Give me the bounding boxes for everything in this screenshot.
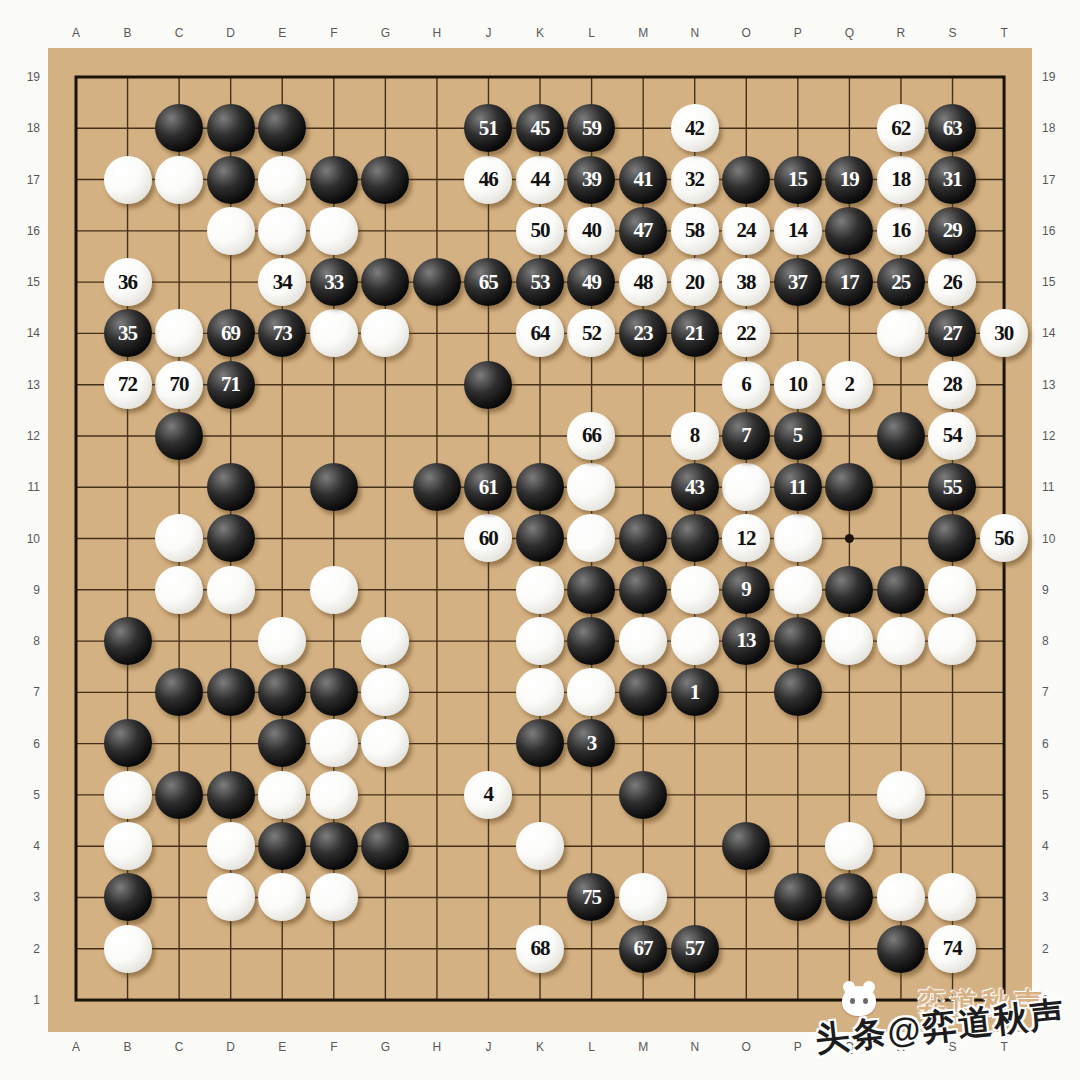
stone-white-E16: [258, 207, 306, 255]
move-number: 39: [582, 169, 601, 190]
col-label-bottom-H: H: [425, 1040, 449, 1054]
move-number: 20: [685, 272, 704, 293]
move-62-stone-white-R18: 62: [877, 104, 925, 152]
col-label-bottom-S: S: [941, 1040, 965, 1054]
stone-black-L9: [567, 566, 615, 614]
stone-black-R2: [877, 925, 925, 973]
stone-black-C18: [155, 104, 203, 152]
row-label-right-2: 2: [1042, 942, 1070, 956]
stone-black-P3: [774, 873, 822, 921]
row-label-left-3: 3: [12, 890, 40, 904]
stone-black-C7: [155, 668, 203, 716]
move-68-stone-white-K2: 68: [516, 925, 564, 973]
col-label-top-E: E: [270, 26, 294, 40]
stone-white-G6: [361, 719, 409, 767]
move-number: 15: [788, 169, 807, 190]
move-6-stone-white-O13: 6: [722, 361, 770, 409]
move-66-stone-white-L12: 66: [567, 412, 615, 460]
move-46-stone-white-J17: 46: [464, 156, 512, 204]
move-number: 34: [273, 272, 292, 293]
col-label-top-Q: Q: [837, 26, 861, 40]
move-number: 45: [530, 118, 549, 139]
stone-white-B17: [104, 156, 152, 204]
stone-white-S9: [928, 566, 976, 614]
col-label-bottom-T: T: [992, 1040, 1016, 1054]
row-label-left-11: 11: [12, 480, 40, 494]
stone-white-K7: [516, 668, 564, 716]
move-56-stone-white-T10: 56: [980, 514, 1028, 562]
move-61-stone-black-J11: 61: [464, 463, 512, 511]
stone-white-G14: [361, 309, 409, 357]
stone-white-M3: [619, 873, 667, 921]
move-number: 16: [891, 220, 910, 241]
stone-white-F5: [310, 771, 358, 819]
row-label-right-5: 5: [1042, 788, 1070, 802]
stone-white-S3: [928, 873, 976, 921]
stone-black-D11: [207, 463, 255, 511]
stone-white-B2: [104, 925, 152, 973]
col-label-bottom-F: F: [322, 1040, 346, 1054]
move-number: 35: [118, 323, 137, 344]
move-13-stone-black-O8: 13: [722, 617, 770, 665]
stone-black-N10: [671, 514, 719, 562]
move-53-stone-black-K15: 53: [516, 258, 564, 306]
move-31-stone-black-S17: 31: [928, 156, 976, 204]
move-75-stone-black-L3: 75: [567, 873, 615, 921]
stone-white-G7: [361, 668, 409, 716]
stone-white-L11: [567, 463, 615, 511]
row-label-left-19: 19: [12, 70, 40, 84]
col-label-bottom-E: E: [270, 1040, 294, 1054]
row-label-right-19: 19: [1042, 70, 1070, 84]
move-47-stone-black-M16: 47: [619, 207, 667, 255]
stone-black-P7: [774, 668, 822, 716]
stone-black-D10: [207, 514, 255, 562]
stone-grid: 1234567891011121314151617181920212223242…: [50, 51, 1029, 1025]
move-16-stone-white-R16: 16: [877, 207, 925, 255]
col-label-bottom-Q: Q: [837, 1040, 861, 1054]
move-number: 57: [685, 938, 704, 959]
move-21-stone-black-N14: 21: [671, 309, 719, 357]
move-number: 68: [530, 938, 549, 959]
move-number: 2: [844, 374, 854, 395]
move-number: 63: [943, 118, 962, 139]
move-4-stone-white-J5: 4: [464, 771, 512, 819]
move-number: 60: [479, 528, 498, 549]
col-label-bottom-N: N: [683, 1040, 707, 1054]
stone-white-M8: [619, 617, 667, 665]
move-49-stone-black-L15: 49: [567, 258, 615, 306]
col-label-bottom-B: B: [116, 1040, 140, 1054]
move-number: 47: [633, 220, 652, 241]
stone-black-K6: [516, 719, 564, 767]
stone-white-F3: [310, 873, 358, 921]
stone-white-G8: [361, 617, 409, 665]
stone-black-L8: [567, 617, 615, 665]
stone-black-Q9: [825, 566, 873, 614]
stone-black-R9: [877, 566, 925, 614]
row-label-left-10: 10: [12, 532, 40, 546]
row-label-left-15: 15: [12, 275, 40, 289]
move-69-stone-black-D14: 69: [207, 309, 255, 357]
move-17-stone-black-Q15: 17: [825, 258, 873, 306]
col-label-top-T: T: [992, 26, 1016, 40]
move-9-stone-black-O9: 9: [722, 566, 770, 614]
col-label-top-K: K: [528, 26, 552, 40]
move-number: 75: [582, 887, 601, 908]
move-51-stone-black-J18: 51: [464, 104, 512, 152]
stone-white-F16: [310, 207, 358, 255]
row-label-left-17: 17: [12, 173, 40, 187]
stone-black-S10: [928, 514, 976, 562]
stone-white-C17: [155, 156, 203, 204]
move-number: 9: [741, 579, 751, 600]
stone-black-M5: [619, 771, 667, 819]
move-number: 32: [685, 169, 704, 190]
stone-white-C14: [155, 309, 203, 357]
row-label-left-2: 2: [12, 942, 40, 956]
move-number: 25: [891, 272, 910, 293]
move-number: 62: [891, 118, 910, 139]
col-label-bottom-G: G: [373, 1040, 397, 1054]
stone-black-G15: [361, 258, 409, 306]
stone-white-N9: [671, 566, 719, 614]
stone-white-D9: [207, 566, 255, 614]
move-number: 42: [685, 118, 704, 139]
stone-black-C12: [155, 412, 203, 460]
stone-white-E17: [258, 156, 306, 204]
row-label-right-1: 1: [1042, 993, 1070, 1007]
stone-black-R12: [877, 412, 925, 460]
stone-black-D7: [207, 668, 255, 716]
col-label-top-L: L: [580, 26, 604, 40]
move-number: 64: [530, 323, 549, 344]
stone-black-O17: [722, 156, 770, 204]
stone-black-D18: [207, 104, 255, 152]
move-number: 58: [685, 220, 704, 241]
move-number: 13: [737, 630, 756, 651]
col-label-top-D: D: [219, 26, 243, 40]
col-label-bottom-D: D: [219, 1040, 243, 1054]
move-25-stone-black-R15: 25: [877, 258, 925, 306]
stone-white-Q8: [825, 617, 873, 665]
col-label-top-J: J: [476, 26, 500, 40]
stone-white-K9: [516, 566, 564, 614]
move-number: 66: [582, 425, 601, 446]
stone-black-F7: [310, 668, 358, 716]
stone-black-G17: [361, 156, 409, 204]
stone-black-F17: [310, 156, 358, 204]
row-label-right-15: 15: [1042, 275, 1070, 289]
move-70-stone-white-C13: 70: [155, 361, 203, 409]
move-number: 59: [582, 118, 601, 139]
col-label-top-B: B: [116, 26, 140, 40]
stone-white-F6: [310, 719, 358, 767]
stone-black-B6: [104, 719, 152, 767]
move-67-stone-black-M2: 67: [619, 925, 667, 973]
stone-black-B3: [104, 873, 152, 921]
row-label-right-12: 12: [1042, 429, 1070, 443]
move-number: 67: [633, 938, 652, 959]
stone-white-K4: [516, 822, 564, 870]
stone-black-O4: [722, 822, 770, 870]
move-number: 27: [943, 323, 962, 344]
col-label-bottom-J: J: [476, 1040, 500, 1054]
stone-black-Q3: [825, 873, 873, 921]
col-label-bottom-M: M: [631, 1040, 655, 1054]
col-label-top-O: O: [734, 26, 758, 40]
row-label-left-14: 14: [12, 326, 40, 340]
row-label-left-1: 1: [12, 993, 40, 1007]
stone-white-C10: [155, 514, 203, 562]
stone-white-F14: [310, 309, 358, 357]
move-number: 6: [741, 374, 751, 395]
stone-black-E6: [258, 719, 306, 767]
move-41-stone-black-M17: 41: [619, 156, 667, 204]
move-number: 12: [737, 528, 756, 549]
move-72-stone-white-B13: 72: [104, 361, 152, 409]
move-number: 55: [943, 477, 962, 498]
stone-white-R14: [877, 309, 925, 357]
col-label-bottom-K: K: [528, 1040, 552, 1054]
row-label-left-8: 8: [12, 634, 40, 648]
move-26-stone-white-S15: 26: [928, 258, 976, 306]
move-45-stone-black-K18: 45: [516, 104, 564, 152]
row-label-left-4: 4: [12, 839, 40, 853]
stone-white-E3: [258, 873, 306, 921]
move-number: 19: [840, 169, 859, 190]
move-10-stone-white-P13: 10: [774, 361, 822, 409]
stone-black-Q11: [825, 463, 873, 511]
move-number: 4: [484, 784, 494, 805]
move-number: 41: [633, 169, 652, 190]
move-number: 36: [118, 272, 137, 293]
move-40-stone-white-L16: 40: [567, 207, 615, 255]
move-number: 51: [479, 118, 498, 139]
row-label-left-6: 6: [12, 737, 40, 751]
move-63-stone-black-S18: 63: [928, 104, 976, 152]
col-label-bottom-A: A: [64, 1040, 88, 1054]
move-39-stone-black-L17: 39: [567, 156, 615, 204]
move-number: 22: [737, 323, 756, 344]
move-number: 24: [737, 220, 756, 241]
move-29-stone-black-S16: 29: [928, 207, 976, 255]
move-58-stone-white-N16: 58: [671, 207, 719, 255]
move-54-stone-white-S12: 54: [928, 412, 976, 460]
move-number: 50: [530, 220, 549, 241]
move-60-stone-white-J10: 60: [464, 514, 512, 562]
row-label-right-13: 13: [1042, 378, 1070, 392]
move-73-stone-black-E14: 73: [258, 309, 306, 357]
move-38-stone-white-O15: 38: [722, 258, 770, 306]
row-label-right-10: 10: [1042, 532, 1070, 546]
move-number: 37: [788, 272, 807, 293]
move-27-stone-black-S14: 27: [928, 309, 976, 357]
row-label-left-7: 7: [12, 685, 40, 699]
row-label-right-8: 8: [1042, 634, 1070, 648]
move-3-stone-black-L6: 3: [567, 719, 615, 767]
col-label-bottom-R: R: [889, 1040, 913, 1054]
move-number: 71: [221, 374, 240, 395]
move-22-stone-white-O14: 22: [722, 309, 770, 357]
move-24-stone-white-O16: 24: [722, 207, 770, 255]
move-57-stone-black-N2: 57: [671, 925, 719, 973]
move-number: 74: [943, 938, 962, 959]
move-number: 46: [479, 169, 498, 190]
move-48-stone-white-M15: 48: [619, 258, 667, 306]
col-label-top-M: M: [631, 26, 655, 40]
move-71-stone-black-D13: 71: [207, 361, 255, 409]
move-number: 8: [690, 425, 700, 446]
move-number: 54: [943, 425, 962, 446]
stone-white-E5: [258, 771, 306, 819]
row-label-right-3: 3: [1042, 890, 1070, 904]
stone-white-N8: [671, 617, 719, 665]
move-28-stone-white-S13: 28: [928, 361, 976, 409]
row-label-right-16: 16: [1042, 224, 1070, 238]
move-35-stone-black-B14: 35: [104, 309, 152, 357]
row-label-left-18: 18: [12, 121, 40, 135]
move-74-stone-white-S2: 74: [928, 925, 976, 973]
stone-black-K11: [516, 463, 564, 511]
move-number: 31: [943, 169, 962, 190]
move-number: 3: [587, 733, 597, 754]
stone-white-S8: [928, 617, 976, 665]
move-50-stone-white-K16: 50: [516, 207, 564, 255]
stone-white-B4: [104, 822, 152, 870]
move-32-stone-white-N17: 32: [671, 156, 719, 204]
move-number: 5: [793, 425, 803, 446]
move-number: 21: [685, 323, 704, 344]
move-14-stone-white-P16: 14: [774, 207, 822, 255]
stone-white-K8: [516, 617, 564, 665]
move-43-stone-black-N11: 43: [671, 463, 719, 511]
col-label-top-N: N: [683, 26, 707, 40]
move-12-stone-white-O10: 12: [722, 514, 770, 562]
col-label-bottom-O: O: [734, 1040, 758, 1054]
move-55-stone-black-S11: 55: [928, 463, 976, 511]
stone-black-D17: [207, 156, 255, 204]
stone-white-L7: [567, 668, 615, 716]
move-number: 23: [633, 323, 652, 344]
stone-black-D5: [207, 771, 255, 819]
move-44-stone-white-K17: 44: [516, 156, 564, 204]
move-52-stone-white-L14: 52: [567, 309, 615, 357]
move-number: 11: [789, 477, 807, 498]
col-label-top-F: F: [322, 26, 346, 40]
row-label-left-16: 16: [12, 224, 40, 238]
move-30-stone-white-T14: 30: [980, 309, 1028, 357]
stone-white-R5: [877, 771, 925, 819]
move-number: 73: [273, 323, 292, 344]
col-label-top-P: P: [786, 26, 810, 40]
move-19-stone-black-Q17: 19: [825, 156, 873, 204]
row-label-right-7: 7: [1042, 685, 1070, 699]
move-number: 10: [788, 374, 807, 395]
stone-white-D3: [207, 873, 255, 921]
move-number: 40: [582, 220, 601, 241]
move-number: 28: [943, 374, 962, 395]
col-label-top-G: G: [373, 26, 397, 40]
stone-white-L10: [567, 514, 615, 562]
move-number: 38: [737, 272, 756, 293]
move-64-stone-white-K14: 64: [516, 309, 564, 357]
go-diagram-page: 1234567891011121314151617181920212223242…: [0, 0, 1080, 1080]
move-2-stone-white-Q13: 2: [825, 361, 873, 409]
move-number: 65: [479, 272, 498, 293]
stone-white-P10: [774, 514, 822, 562]
move-number: 56: [994, 528, 1013, 549]
move-number: 48: [633, 272, 652, 293]
move-18-stone-white-R17: 18: [877, 156, 925, 204]
stone-black-M10: [619, 514, 667, 562]
stone-black-M7: [619, 668, 667, 716]
col-label-bottom-C: C: [167, 1040, 191, 1054]
move-number: 14: [788, 220, 807, 241]
stone-white-E8: [258, 617, 306, 665]
move-number: 49: [582, 272, 601, 293]
stone-black-F11: [310, 463, 358, 511]
stone-black-H15: [413, 258, 461, 306]
move-20-stone-white-N15: 20: [671, 258, 719, 306]
stone-white-R3: [877, 873, 925, 921]
move-11-stone-black-P11: 11: [774, 463, 822, 511]
row-label-left-5: 5: [12, 788, 40, 802]
move-number: 72: [118, 374, 137, 395]
move-number: 44: [530, 169, 549, 190]
row-label-left-12: 12: [12, 429, 40, 443]
stone-black-E7: [258, 668, 306, 716]
row-label-right-9: 9: [1042, 583, 1070, 597]
col-label-top-R: R: [889, 26, 913, 40]
move-number: 17: [840, 272, 859, 293]
move-33-stone-black-F15: 33: [310, 258, 358, 306]
col-label-top-H: H: [425, 26, 449, 40]
move-7-stone-black-O12: 7: [722, 412, 770, 460]
stone-white-P9: [774, 566, 822, 614]
move-number: 53: [530, 272, 549, 293]
row-label-right-17: 17: [1042, 173, 1070, 187]
move-number: 30: [994, 323, 1013, 344]
stone-white-O11: [722, 463, 770, 511]
stone-black-E18: [258, 104, 306, 152]
move-59-stone-black-L18: 59: [567, 104, 615, 152]
move-5-stone-black-P12: 5: [774, 412, 822, 460]
stone-white-R8: [877, 617, 925, 665]
stone-black-P8: [774, 617, 822, 665]
stone-white-F9: [310, 566, 358, 614]
move-number: 26: [943, 272, 962, 293]
move-number: 33: [324, 272, 343, 293]
stone-black-Q16: [825, 207, 873, 255]
row-label-right-14: 14: [1042, 326, 1070, 340]
col-label-bottom-P: P: [786, 1040, 810, 1054]
stone-black-E4: [258, 822, 306, 870]
stone-white-C9: [155, 566, 203, 614]
move-number: 1: [690, 682, 700, 703]
row-label-right-18: 18: [1042, 121, 1070, 135]
stone-white-B5: [104, 771, 152, 819]
stone-black-B8: [104, 617, 152, 665]
move-34-stone-white-E15: 34: [258, 258, 306, 306]
move-42-stone-white-N18: 42: [671, 104, 719, 152]
stone-white-D4: [207, 822, 255, 870]
col-label-bottom-L: L: [580, 1040, 604, 1054]
move-15-stone-black-P17: 15: [774, 156, 822, 204]
move-number: 43: [685, 477, 704, 498]
row-label-right-11: 11: [1042, 480, 1070, 494]
move-number: 29: [943, 220, 962, 241]
